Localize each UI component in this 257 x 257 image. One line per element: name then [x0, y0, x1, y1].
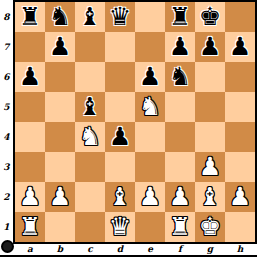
black-pawn-icon: ♟ — [169, 32, 191, 62]
black-king-icon: ♚ — [199, 2, 221, 32]
black-to-move-indicator — [1, 240, 14, 253]
black-pawn-icon: ♟ — [19, 62, 41, 92]
square-b6[interactable] — [45, 62, 75, 92]
file-label-a: a — [15, 243, 45, 255]
square-f1[interactable]: ♜ — [165, 212, 195, 242]
square-g8[interactable]: ♚ — [195, 2, 225, 32]
square-c7[interactable] — [75, 32, 105, 62]
black-knight-icon: ♞ — [169, 62, 191, 92]
square-b3[interactable] — [45, 152, 75, 182]
square-c2[interactable] — [75, 182, 105, 212]
black-knight-icon: ♞ — [49, 2, 71, 32]
square-g3[interactable]: ♟ — [195, 152, 225, 182]
square-d8[interactable]: ♛ — [105, 2, 135, 32]
black-pawn-icon: ♟ — [229, 32, 251, 62]
file-label-e: e — [135, 243, 165, 255]
rank-label-5: 5 — [0, 92, 13, 122]
white-queen-icon: ♛ — [109, 212, 131, 242]
white-pawn-icon: ♟ — [169, 182, 191, 212]
square-f7[interactable]: ♟ — [165, 32, 195, 62]
board: ♜♞♝♛♜♚♟♟♟♟♟♟♞♝♞♞♟♟♟♟♝♟♟♝♟♜♛♜♚ — [13, 0, 257, 244]
square-c3[interactable] — [75, 152, 105, 182]
file-label-b: b — [45, 243, 75, 255]
square-h7[interactable]: ♟ — [225, 32, 255, 62]
square-g5[interactable] — [195, 92, 225, 122]
file-label-f: f — [165, 243, 195, 255]
square-c1[interactable] — [75, 212, 105, 242]
square-h3[interactable] — [225, 152, 255, 182]
square-f5[interactable] — [165, 92, 195, 122]
black-pawn-icon: ♟ — [109, 122, 131, 152]
square-g2[interactable]: ♝ — [195, 182, 225, 212]
square-e7[interactable] — [135, 32, 165, 62]
square-h2[interactable]: ♟ — [225, 182, 255, 212]
square-g4[interactable] — [195, 122, 225, 152]
black-rook-icon: ♜ — [169, 2, 191, 32]
square-e4[interactable] — [135, 122, 165, 152]
square-c8[interactable]: ♝ — [75, 2, 105, 32]
white-pawn-icon: ♟ — [229, 182, 251, 212]
square-b4[interactable] — [45, 122, 75, 152]
file-label-c: c — [75, 243, 105, 255]
square-d4[interactable]: ♟ — [105, 122, 135, 152]
square-a4[interactable] — [15, 122, 45, 152]
square-e8[interactable] — [135, 2, 165, 32]
square-f4[interactable] — [165, 122, 195, 152]
square-h4[interactable] — [225, 122, 255, 152]
black-bishop-icon: ♝ — [79, 2, 101, 32]
white-knight-icon: ♞ — [79, 122, 101, 152]
file-label-h: h — [225, 243, 255, 255]
rank-label-2: 2 — [0, 182, 13, 212]
square-f2[interactable]: ♟ — [165, 182, 195, 212]
rank-labels: 87654321 — [0, 2, 13, 242]
file-label-d: d — [105, 243, 135, 255]
white-pawn-icon: ♟ — [19, 182, 41, 212]
rank-label-1: 1 — [0, 212, 13, 242]
square-c4[interactable]: ♞ — [75, 122, 105, 152]
square-d6[interactable] — [105, 62, 135, 92]
square-b1[interactable] — [45, 212, 75, 242]
square-f3[interactable] — [165, 152, 195, 182]
black-pawn-icon: ♟ — [49, 32, 71, 62]
square-g1[interactable]: ♚ — [195, 212, 225, 242]
white-pawn-icon: ♟ — [139, 182, 161, 212]
square-a8[interactable]: ♜ — [15, 2, 45, 32]
square-c6[interactable] — [75, 62, 105, 92]
square-c5[interactable]: ♝ — [75, 92, 105, 122]
square-e2[interactable]: ♟ — [135, 182, 165, 212]
square-a2[interactable]: ♟ — [15, 182, 45, 212]
square-d5[interactable] — [105, 92, 135, 122]
square-e5[interactable]: ♞ — [135, 92, 165, 122]
square-a3[interactable] — [15, 152, 45, 182]
square-d1[interactable]: ♛ — [105, 212, 135, 242]
square-a1[interactable]: ♜ — [15, 212, 45, 242]
white-rook-icon: ♜ — [169, 212, 191, 242]
square-h6[interactable] — [225, 62, 255, 92]
black-pawn-icon: ♟ — [199, 32, 221, 62]
black-bishop-icon: ♝ — [79, 92, 101, 122]
black-pawn-icon: ♟ — [139, 62, 161, 92]
black-rook-icon: ♜ — [19, 2, 41, 32]
square-h5[interactable] — [225, 92, 255, 122]
square-e6[interactable]: ♟ — [135, 62, 165, 92]
square-h8[interactable] — [225, 2, 255, 32]
white-bishop-icon: ♝ — [199, 182, 221, 212]
white-king-icon: ♚ — [199, 212, 221, 242]
rank-label-6: 6 — [0, 62, 13, 92]
square-a5[interactable] — [15, 92, 45, 122]
rank-label-8: 8 — [0, 2, 13, 32]
white-rook-icon: ♜ — [19, 212, 41, 242]
square-f8[interactable]: ♜ — [165, 2, 195, 32]
square-f6[interactable]: ♞ — [165, 62, 195, 92]
square-h1[interactable] — [225, 212, 255, 242]
square-b7[interactable]: ♟ — [45, 32, 75, 62]
square-g6[interactable] — [195, 62, 225, 92]
square-d2[interactable]: ♝ — [105, 182, 135, 212]
file-label-g: g — [195, 243, 225, 255]
square-e1[interactable] — [135, 212, 165, 242]
square-e3[interactable] — [135, 152, 165, 182]
square-b2[interactable]: ♟ — [45, 182, 75, 212]
rank-label-7: 7 — [0, 32, 13, 62]
square-g7[interactable]: ♟ — [195, 32, 225, 62]
rank-label-3: 3 — [0, 152, 13, 182]
square-b8[interactable]: ♞ — [45, 2, 75, 32]
black-queen-icon: ♛ — [109, 2, 131, 32]
chess-board-widget: 87654321 ♜♞♝♛♜♚♟♟♟♟♟♟♞♝♞♞♟♟♟♟♝♟♟♝♟♜♛♜♚ a… — [0, 0, 257, 257]
square-a6[interactable]: ♟ — [15, 62, 45, 92]
white-bishop-icon: ♝ — [109, 182, 131, 212]
square-b5[interactable] — [45, 92, 75, 122]
file-labels: abcdefgh — [15, 243, 255, 255]
square-a7[interactable] — [15, 32, 45, 62]
white-knight-icon: ♞ — [139, 92, 161, 122]
white-pawn-icon: ♟ — [49, 182, 71, 212]
square-d3[interactable] — [105, 152, 135, 182]
rank-label-4: 4 — [0, 122, 13, 152]
square-d7[interactable] — [105, 32, 135, 62]
white-pawn-icon: ♟ — [199, 152, 221, 182]
